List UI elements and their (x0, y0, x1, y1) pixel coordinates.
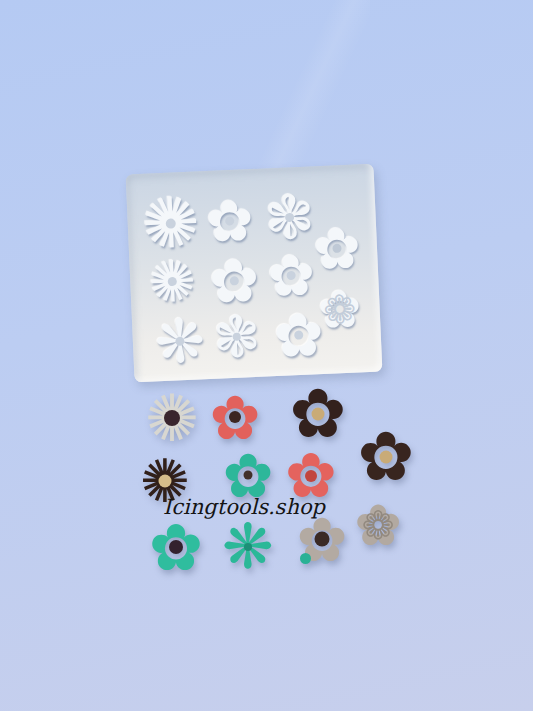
mold-cavity-blossom-2: ✿ (210, 257, 258, 305)
mold-cavity-pointed-flower: ❃ (266, 193, 314, 241)
mold-cavity-rose: ✿❁ (319, 288, 361, 330)
flower-dark-brown-1-center (312, 408, 325, 421)
flower-coral-pansy-center (305, 470, 317, 482)
flower-dark-brown-2-center (380, 451, 393, 464)
product-photo: ✺✿❃✿✺✿✿✿❁❋❃✿ Icingtools.shop ✺✿✿✿✺✿✿✿❁✿❋… (0, 0, 533, 711)
flower-gray-poppy-accent (300, 553, 311, 564)
mold-cavity-orchid: ❃ (214, 314, 260, 360)
mold-cavity-star-flower: ❋ (156, 317, 204, 365)
flower-teal-star-center (244, 543, 252, 551)
flower-white-gray-daisy: ✺ (147, 393, 197, 443)
watermark-text: Icingtools.shop (163, 495, 325, 519)
flower-teal-blossom: ✿ (225, 452, 272, 499)
mold-cavity-pansy: ✿ (314, 225, 360, 271)
flower-gray-rose-swirl: ❁ (356, 503, 400, 547)
mold-cavity-blossom: ✿ (207, 198, 253, 244)
silicone-flower-mold: ✺✿❃✿✺✿✿✿❁❋❃✿ (126, 164, 383, 383)
flower-gray-poppy-center (315, 532, 330, 547)
flower-coral-poppy: ✿ (212, 394, 259, 441)
mold-cavity-rose-swirl: ❁ (319, 288, 361, 330)
flower-teal-poppy: ✿ (151, 522, 201, 572)
flower-coral-pansy: ✿ (287, 452, 335, 500)
mold-cavity-poppy: ✿ (275, 311, 323, 359)
flower-teal-star: ❋ (224, 523, 272, 571)
mold-cavity-five-petal: ✿ (268, 252, 314, 298)
flower-dark-brown-2: ✿ (360, 431, 412, 483)
flower-dark-brown-1: ✿ (292, 388, 344, 440)
flower-coral-poppy-center (229, 411, 241, 423)
mold-cavity-gerbera-large: ✺ (143, 195, 199, 251)
flower-white-gray-daisy-center (164, 410, 180, 426)
flower-gray-rose: ✿❁ (356, 503, 400, 547)
mold-cavity-gerbera-small: ✺ (149, 259, 195, 305)
flower-teal-poppy-center (169, 540, 183, 554)
flower-dark-brown-daisy-center (159, 475, 172, 488)
flower-gray-poppy: ✿ (299, 516, 346, 563)
flower-teal-blossom-center (244, 471, 253, 480)
